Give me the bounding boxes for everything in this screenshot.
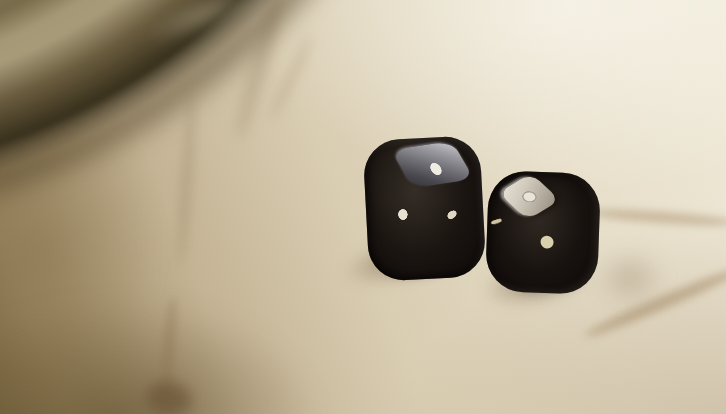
pip [519,189,539,204]
pip [428,162,443,176]
die-left-front-left-face-pips [387,188,419,241]
pip [491,219,502,225]
pip [539,235,554,249]
pip [398,209,407,220]
photo-scene [0,0,726,414]
pip [447,209,456,220]
marble-vein-right-upper [588,207,726,228]
die-right-front-right-face-pips [512,211,581,272]
